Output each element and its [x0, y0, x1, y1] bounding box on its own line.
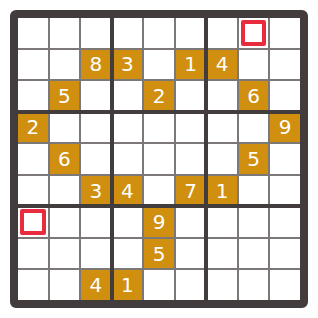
cell-r4c5[interactable]	[144, 113, 174, 143]
cell-r7c3[interactable]	[81, 207, 111, 237]
cell-r3c1[interactable]	[18, 81, 48, 111]
highlight-marker	[20, 209, 46, 235]
sudoku-board: 8314526296534719541	[10, 10, 308, 308]
cell-r3c8[interactable]: 6	[239, 81, 269, 111]
cell-r7c7[interactable]	[207, 207, 237, 237]
cell-r1c4[interactable]	[113, 18, 143, 48]
cell-r1c9[interactable]	[270, 18, 300, 48]
cell-r2c2[interactable]	[50, 50, 80, 80]
cell-r5c2[interactable]: 6	[50, 144, 80, 174]
cell-r5c8[interactable]: 5	[239, 144, 269, 174]
cell-r9c8[interactable]	[239, 270, 269, 300]
cell-r6c3[interactable]: 3	[81, 176, 111, 206]
cell-r1c8[interactable]	[239, 18, 269, 48]
cell-r2c5[interactable]	[144, 50, 174, 80]
cell-r4c1[interactable]: 2	[18, 113, 48, 143]
cell-r3c3[interactable]	[81, 81, 111, 111]
cell-r5c4[interactable]	[113, 144, 143, 174]
cell-r9c2[interactable]	[50, 270, 80, 300]
cell-r1c1[interactable]	[18, 18, 48, 48]
cell-r3c2[interactable]: 5	[50, 81, 80, 111]
cell-r5c5[interactable]	[144, 144, 174, 174]
cell-r4c7[interactable]	[207, 113, 237, 143]
cell-r4c6[interactable]	[176, 113, 206, 143]
cell-r4c9[interactable]: 9	[270, 113, 300, 143]
cell-r2c6[interactable]: 1	[176, 50, 206, 80]
cell-r9c6[interactable]	[176, 270, 206, 300]
cell-r8c4[interactable]	[113, 239, 143, 269]
cell-r9c7[interactable]	[207, 270, 237, 300]
cell-r8c7[interactable]	[207, 239, 237, 269]
cell-r2c4[interactable]: 3	[113, 50, 143, 80]
cell-r8c9[interactable]	[270, 239, 300, 269]
cell-r5c9[interactable]	[270, 144, 300, 174]
cell-r6c9[interactable]	[270, 176, 300, 206]
highlight-marker	[241, 20, 267, 46]
cell-r4c4[interactable]	[113, 113, 143, 143]
cell-r1c5[interactable]	[144, 18, 174, 48]
cell-r7c9[interactable]	[270, 207, 300, 237]
cell-r2c7[interactable]: 4	[207, 50, 237, 80]
cell-r6c7[interactable]: 1	[207, 176, 237, 206]
cell-r9c3[interactable]: 4	[81, 270, 111, 300]
cell-r8c3[interactable]	[81, 239, 111, 269]
cell-r7c8[interactable]	[239, 207, 269, 237]
cell-r6c4[interactable]: 4	[113, 176, 143, 206]
cell-r7c5[interactable]: 9	[144, 207, 174, 237]
cell-r6c5[interactable]	[144, 176, 174, 206]
cell-r2c9[interactable]	[270, 50, 300, 80]
cell-r4c8[interactable]	[239, 113, 269, 143]
cell-r1c7[interactable]	[207, 18, 237, 48]
cell-r5c7[interactable]	[207, 144, 237, 174]
cell-r3c6[interactable]	[176, 81, 206, 111]
cell-r9c5[interactable]	[144, 270, 174, 300]
sudoku-grid: 8314526296534719541	[18, 18, 300, 300]
cell-r2c8[interactable]	[239, 50, 269, 80]
cell-r8c6[interactable]	[176, 239, 206, 269]
cell-r8c2[interactable]	[50, 239, 80, 269]
cell-r3c7[interactable]	[207, 81, 237, 111]
cell-r6c6[interactable]: 7	[176, 176, 206, 206]
cell-r1c3[interactable]	[81, 18, 111, 48]
cell-r1c6[interactable]	[176, 18, 206, 48]
cell-r2c3[interactable]: 8	[81, 50, 111, 80]
cell-r4c2[interactable]	[50, 113, 80, 143]
cell-r7c2[interactable]	[50, 207, 80, 237]
cell-r7c6[interactable]	[176, 207, 206, 237]
cell-r3c9[interactable]	[270, 81, 300, 111]
cell-r9c9[interactable]	[270, 270, 300, 300]
cell-r8c5[interactable]: 5	[144, 239, 174, 269]
cell-r6c8[interactable]	[239, 176, 269, 206]
cell-r6c2[interactable]	[50, 176, 80, 206]
cell-r1c2[interactable]	[50, 18, 80, 48]
cell-r9c1[interactable]	[18, 270, 48, 300]
cell-r8c1[interactable]	[18, 239, 48, 269]
cell-r5c6[interactable]	[176, 144, 206, 174]
cell-r6c1[interactable]	[18, 176, 48, 206]
cell-r7c4[interactable]	[113, 207, 143, 237]
cell-r3c4[interactable]	[113, 81, 143, 111]
cell-r4c3[interactable]	[81, 113, 111, 143]
cell-r5c1[interactable]	[18, 144, 48, 174]
cell-r8c8[interactable]	[239, 239, 269, 269]
cell-r5c3[interactable]	[81, 144, 111, 174]
cell-r3c5[interactable]: 2	[144, 81, 174, 111]
cell-r9c4[interactable]: 1	[113, 270, 143, 300]
cell-r7c1[interactable]	[18, 207, 48, 237]
cell-r2c1[interactable]	[18, 50, 48, 80]
